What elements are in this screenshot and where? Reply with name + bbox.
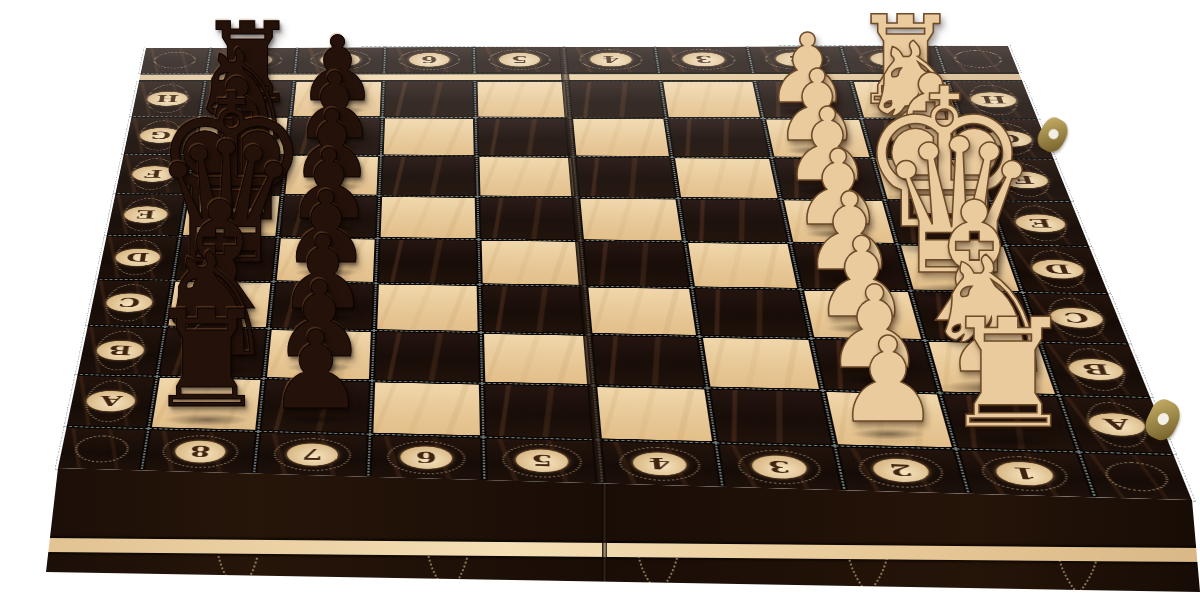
square-c3[interactable] (695, 289, 807, 337)
square-b6[interactable] (375, 332, 478, 382)
border-label: D (114, 248, 162, 266)
square-h1[interactable] (854, 82, 958, 118)
rank-label-bottom-1: 1 (960, 451, 1091, 497)
square-f7[interactable] (285, 156, 378, 194)
rank-label-bottom-2: 2 (839, 448, 965, 494)
square-d3[interactable] (688, 243, 797, 288)
file-label-right-C: C (1026, 294, 1128, 343)
file-label-left-H: H (132, 82, 203, 116)
square-g5[interactable] (478, 119, 570, 156)
square-h3[interactable] (663, 82, 760, 117)
rank-label-top-5: 5 (477, 47, 564, 72)
rank-label-bottom-5: 5 (487, 439, 599, 483)
rank-label-top-8: 8 (209, 48, 295, 73)
square-f5[interactable] (479, 157, 574, 196)
border-label: 2 (774, 52, 820, 66)
square-d6[interactable] (379, 240, 477, 284)
square-d7[interactable] (277, 238, 375, 281)
rank-label-bottom-8: 8 (145, 430, 255, 473)
inlay-strip (139, 74, 1021, 80)
border-label: 7 (320, 53, 361, 67)
border-label: 5 (499, 53, 541, 67)
border-label: E (123, 206, 169, 223)
border-label: H (146, 92, 189, 106)
file-label-right-B: B (1044, 344, 1149, 396)
file-label-left-E: E (107, 195, 184, 235)
dotted-arc (1056, 556, 1200, 598)
border-label: D (1029, 260, 1086, 279)
square-c8[interactable] (168, 282, 270, 328)
border-label: G (982, 131, 1034, 147)
file-label-right-D: D (1010, 247, 1108, 293)
clasp-hole (1047, 127, 1061, 141)
square-e5[interactable] (481, 198, 578, 239)
square-d8[interactable] (176, 237, 275, 280)
square-b2[interactable] (815, 340, 936, 391)
square-d4[interactable] (584, 242, 688, 286)
front-fold-seam (602, 466, 607, 598)
border-label: 3 (681, 52, 726, 66)
file-label-left-B: B (78, 327, 162, 375)
corner-ornament (1083, 454, 1191, 500)
square-c4[interactable] (588, 288, 696, 335)
file-label-left-F: F (116, 155, 191, 193)
square-e2[interactable] (784, 200, 894, 242)
square-d5[interactable] (482, 241, 582, 285)
border-label: H (968, 92, 1019, 107)
square-h7[interactable] (293, 82, 381, 116)
rank-label-top-2: 2 (750, 46, 845, 72)
border-label: 5 (515, 449, 569, 473)
square-c6[interactable] (377, 285, 477, 331)
square-g3[interactable] (669, 119, 768, 156)
border-label: A (85, 390, 137, 412)
square-c2[interactable] (804, 291, 921, 339)
border-label: B (95, 340, 145, 360)
border-label: C (105, 293, 154, 312)
file-label-right-F: F (979, 160, 1071, 200)
square-a3[interactable] (711, 390, 831, 444)
front-ornament-arcs (46, 556, 1200, 598)
clasp-hole (1156, 411, 1171, 427)
border-label: G (139, 128, 183, 143)
square-a7[interactable] (262, 380, 369, 432)
square-b5[interactable] (484, 334, 590, 384)
square-g7[interactable] (289, 118, 379, 154)
square-g4[interactable] (573, 119, 669, 156)
square-a4[interactable] (597, 387, 712, 441)
rank-label-bottom-3: 3 (719, 445, 840, 490)
square-a2[interactable] (826, 392, 951, 447)
square-f4[interactable] (577, 158, 676, 197)
border-label: 6 (400, 446, 452, 470)
corner-ornament (938, 46, 1018, 72)
square-e3[interactable] (681, 200, 786, 242)
border-label: 3 (750, 455, 809, 479)
border-label: A (1085, 413, 1149, 437)
square-f6[interactable] (382, 157, 474, 196)
square-e4[interactable] (580, 199, 681, 241)
border-label: 8 (232, 53, 273, 66)
square-f2[interactable] (775, 159, 881, 199)
border-label: 1 (869, 52, 917, 66)
square-a6[interactable] (373, 382, 480, 435)
square-c1[interactable] (914, 292, 1036, 341)
file-label-left-C: C (88, 280, 169, 325)
square-g2[interactable] (766, 120, 869, 157)
square-f3[interactable] (675, 158, 777, 198)
border-label: 8 (174, 440, 227, 463)
square-h5[interactable] (478, 82, 568, 117)
corner-ornament (58, 428, 145, 470)
square-h2[interactable] (758, 82, 858, 117)
square-a1[interactable] (944, 395, 1075, 451)
rank-label-bottom-6: 6 (372, 436, 481, 480)
file-label-left-G: G (124, 118, 197, 154)
square-b7[interactable] (267, 330, 371, 379)
square-g6[interactable] (384, 118, 474, 154)
rank-label-bottom-4: 4 (602, 442, 719, 487)
rank-label-top-7: 7 (297, 47, 382, 72)
square-d2[interactable] (794, 244, 907, 289)
border-label: 1 (993, 461, 1057, 486)
square-e6[interactable] (381, 197, 476, 238)
square-b8[interactable] (160, 328, 265, 377)
square-c7[interactable] (272, 283, 373, 329)
square-e1[interactable] (888, 201, 1002, 244)
rank-label-top-6: 6 (387, 47, 472, 72)
border-label: C (1047, 308, 1106, 328)
square-d1[interactable] (901, 245, 1019, 290)
square-h4[interactable] (570, 82, 663, 117)
square-c5[interactable] (483, 286, 586, 333)
chess-set-photo: 87654321HHGGFFEEDDCCBBAA87654321 ♜♞♝♛♚♝♞… (0, 0, 1200, 605)
square-h6[interactable] (385, 82, 473, 116)
border-label: F (997, 171, 1051, 188)
rank-label-bottom-7: 7 (257, 433, 366, 477)
square-a5[interactable] (485, 385, 595, 438)
square-h8[interactable] (202, 82, 291, 116)
border-label: 6 (409, 53, 450, 67)
border-label: 4 (589, 53, 632, 67)
square-g8[interactable] (196, 118, 287, 154)
rank-label-top-4: 4 (567, 47, 657, 72)
chess-board: 87654321HHGGFFEEDDCCBBAA87654321 (58, 46, 1192, 500)
file-label-right-H: H (951, 82, 1037, 118)
square-g1[interactable] (865, 120, 972, 158)
border-label: 7 (286, 443, 338, 466)
file-label-left-A: A (67, 376, 154, 427)
square-f1[interactable] (876, 159, 987, 199)
rank-label-top-1: 1 (844, 46, 942, 72)
border-label: E (1013, 214, 1069, 232)
square-e8[interactable] (183, 195, 279, 235)
border-label: F (131, 166, 176, 182)
square-e7[interactable] (281, 196, 376, 237)
corner-ornament (141, 48, 208, 73)
file-label-right-E: E (994, 202, 1089, 245)
square-a8[interactable] (152, 378, 260, 430)
file-label-left-D: D (98, 237, 177, 279)
rank-label-top-3: 3 (658, 47, 750, 73)
border-label: 4 (632, 452, 688, 476)
square-b1[interactable] (929, 342, 1055, 394)
square-f8[interactable] (190, 156, 284, 194)
border-label: 2 (871, 458, 932, 483)
square-b3[interactable] (703, 338, 819, 389)
border-label: B (1065, 359, 1127, 381)
square-b4[interactable] (593, 336, 704, 386)
